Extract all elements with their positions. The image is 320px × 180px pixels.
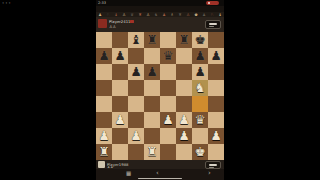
square-f8[interactable]: ♜ [176, 32, 192, 48]
square-g1[interactable]: ♚ [192, 144, 208, 160]
status-time: 2:33 [98, 1, 106, 5]
square-g5[interactable]: ♞ [192, 80, 208, 96]
right-black-bar [224, 0, 320, 180]
square-g3[interactable]: ♛ [192, 112, 208, 128]
piece-white-pawn: ♟ [112, 112, 128, 128]
square-e7[interactable]: ♛ [160, 48, 176, 64]
piece-white-pawn: ♟ [176, 112, 192, 128]
square-e1[interactable] [160, 144, 176, 160]
square-b7[interactable]: ♟ [112, 48, 128, 64]
piece-black-queen: ♛ [160, 48, 176, 64]
video-frame: ∙∙∙ 2:33 ♙Chess.com ♟♘♝♙♛♜♙♞♟♗♜♙♚♟♘♝ Pla… [0, 0, 320, 180]
player-avatar[interactable] [98, 161, 105, 168]
home-indicator[interactable] [138, 178, 182, 180]
prev-move-button[interactable]: ‹ [156, 169, 159, 178]
square-e2[interactable] [160, 128, 176, 144]
piece-white-pawn: ♟ [96, 128, 112, 144]
square-h5[interactable] [208, 80, 224, 96]
piece-black-pawn: ♟ [128, 64, 144, 80]
square-d4[interactable] [144, 96, 160, 112]
piece-white-pawn: ♟ [128, 128, 144, 144]
square-a8[interactable] [96, 32, 112, 48]
board-menu-icon[interactable]: ▦ [126, 169, 131, 178]
piece-black-pawn: ♟ [192, 48, 208, 64]
square-c8[interactable]: ♝ [128, 32, 144, 48]
piece-white-pawn: ♟ [160, 112, 176, 128]
square-d3[interactable] [144, 112, 160, 128]
square-a2[interactable]: ♟ [96, 128, 112, 144]
square-d6[interactable]: ♟ [144, 64, 160, 80]
square-e6[interactable] [160, 64, 176, 80]
square-f1[interactable] [176, 144, 192, 160]
country-flag-icon [130, 20, 134, 23]
square-b2[interactable] [112, 128, 128, 144]
player-bar: Player1988 ♟♟ [96, 160, 224, 169]
square-a4[interactable] [96, 96, 112, 112]
piece-white-knight: ♞ [192, 80, 208, 96]
piece-white-queen: ♛ [192, 112, 208, 128]
player-clock [205, 161, 221, 169]
square-a5[interactable] [96, 80, 112, 96]
square-b4[interactable] [112, 96, 128, 112]
square-g7[interactable]: ♟ [192, 48, 208, 64]
piece-white-king: ♚ [192, 144, 208, 160]
square-a1[interactable]: ♜ [96, 144, 112, 160]
piece-black-pawn: ♟ [96, 48, 112, 64]
square-e5[interactable] [160, 80, 176, 96]
square-g2[interactable] [192, 128, 208, 144]
opponent-avatar[interactable] [98, 19, 107, 28]
square-c2[interactable]: ♟ [128, 128, 144, 144]
piece-white-rook: ♜ [96, 144, 112, 160]
piece-black-pawn: ♟ [112, 48, 128, 64]
piece-black-rook: ♜ [176, 32, 192, 48]
square-d5[interactable] [144, 80, 160, 96]
square-a7[interactable]: ♟ [96, 48, 112, 64]
square-e3[interactable]: ♟ [160, 112, 176, 128]
opponent-clock [205, 20, 221, 29]
square-f4[interactable] [176, 96, 192, 112]
left-black-bar [0, 0, 96, 180]
square-h1[interactable] [208, 144, 224, 160]
square-e8[interactable] [160, 32, 176, 48]
square-f7[interactable] [176, 48, 192, 64]
piece-white-pawn: ♟ [208, 128, 224, 144]
piece-black-pawn: ♟ [208, 48, 224, 64]
square-f5[interactable] [176, 80, 192, 96]
captured-pieces-top: ♙♙ [109, 24, 116, 29]
piece-black-pawn: ♟ [144, 64, 160, 80]
recording-indicator-icon[interactable] [206, 1, 219, 5]
opponent-player-bar: Player2411 ♙♙ [96, 17, 224, 32]
square-a3[interactable] [96, 112, 112, 128]
square-h2[interactable]: ♟ [208, 128, 224, 144]
square-f2[interactable]: ♟ [176, 128, 192, 144]
square-e4[interactable] [160, 96, 176, 112]
square-d7[interactable] [144, 48, 160, 64]
bottom-nav-bar: ▦ ‹ › [96, 169, 224, 180]
piece-white-rook: ♜ [144, 144, 160, 160]
chess-board[interactable]: ♝♜♜♚♟♟♛♟♟♟♟♟♞♟♟♟♛♟♟♟♟♜♜♚ [96, 32, 224, 160]
square-c7[interactable] [128, 48, 144, 64]
square-b8[interactable] [112, 32, 128, 48]
square-g4[interactable] [192, 96, 208, 112]
piece-black-king: ♚ [192, 32, 208, 48]
square-c4[interactable] [128, 96, 144, 112]
square-b1[interactable] [112, 144, 128, 160]
square-c3[interactable] [128, 112, 144, 128]
square-a6[interactable] [96, 64, 112, 80]
square-c5[interactable] [128, 80, 144, 96]
square-c6[interactable]: ♟ [128, 64, 144, 80]
piece-black-pawn: ♟ [192, 64, 208, 80]
square-b3[interactable]: ♟ [112, 112, 128, 128]
square-d1[interactable]: ♜ [144, 144, 160, 160]
square-h3[interactable] [208, 112, 224, 128]
square-h8[interactable] [208, 32, 224, 48]
next-move-button[interactable]: › [208, 169, 211, 178]
recording-dot-icon [208, 2, 210, 4]
square-f6[interactable] [176, 64, 192, 80]
square-h6[interactable] [208, 64, 224, 80]
square-b6[interactable] [112, 64, 128, 80]
square-g8[interactable]: ♚ [192, 32, 208, 48]
square-g6[interactable]: ♟ [192, 64, 208, 80]
piece-black-bishop: ♝ [128, 32, 144, 48]
square-h4[interactable] [208, 96, 224, 112]
square-d2[interactable] [144, 128, 160, 144]
piece-white-pawn: ♟ [176, 128, 192, 144]
piece-black-rook: ♜ [144, 32, 160, 48]
square-b5[interactable] [112, 80, 128, 96]
square-f3[interactable]: ♟ [176, 112, 192, 128]
corner-overlay-text: ∙∙∙ [2, 1, 12, 5]
square-d8[interactable]: ♜ [144, 32, 160, 48]
square-h7[interactable]: ♟ [208, 48, 224, 64]
chess-app-window: 2:33 ♙Chess.com ♟♘♝♙♛♜♙♞♟♗♜♙♚♟♘♝ Player2… [96, 0, 224, 180]
square-c1[interactable] [128, 144, 144, 160]
